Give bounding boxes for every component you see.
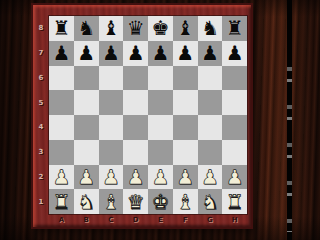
piece-black-rook[interactable]: ♜ bbox=[226, 18, 244, 38]
piece-white-rook[interactable]: ♜ bbox=[52, 192, 70, 212]
rank-label-2: 2 bbox=[33, 165, 49, 190]
square-c5[interactable] bbox=[99, 90, 124, 115]
square-b3[interactable] bbox=[74, 140, 99, 165]
square-f4[interactable] bbox=[173, 115, 198, 140]
square-g1[interactable]: ♞ bbox=[198, 189, 223, 214]
square-c4[interactable] bbox=[99, 115, 124, 140]
square-h2[interactable]: ♟ bbox=[222, 165, 247, 190]
piece-white-rook[interactable]: ♜ bbox=[226, 192, 244, 212]
square-g5[interactable] bbox=[198, 90, 223, 115]
square-a6[interactable] bbox=[49, 66, 74, 91]
square-d3[interactable] bbox=[123, 140, 148, 165]
square-e2[interactable]: ♟ bbox=[148, 165, 173, 190]
piece-white-pawn[interactable]: ♟ bbox=[176, 167, 194, 187]
piece-white-pawn[interactable]: ♟ bbox=[127, 167, 145, 187]
piece-black-pawn[interactable]: ♟ bbox=[102, 43, 120, 63]
square-b7[interactable]: ♟ bbox=[74, 41, 99, 66]
rank-label-8: 8 bbox=[33, 16, 49, 41]
square-e7[interactable]: ♟ bbox=[148, 41, 173, 66]
square-b8[interactable]: ♞ bbox=[74, 16, 99, 41]
square-e6[interactable] bbox=[148, 66, 173, 91]
piece-black-bishop[interactable]: ♝ bbox=[176, 18, 194, 38]
piece-black-pawn[interactable]: ♟ bbox=[151, 43, 169, 63]
square-g7[interactable]: ♟ bbox=[198, 41, 223, 66]
piece-black-pawn[interactable]: ♟ bbox=[176, 43, 194, 63]
piece-black-bishop[interactable]: ♝ bbox=[102, 18, 120, 38]
piece-white-pawn[interactable]: ♟ bbox=[226, 167, 244, 187]
square-h7[interactable]: ♟ bbox=[222, 41, 247, 66]
square-d2[interactable]: ♟ bbox=[123, 165, 148, 190]
square-d4[interactable] bbox=[123, 115, 148, 140]
file-label-b: B bbox=[74, 214, 99, 226]
desktop-wood-background: { "game": "chess", "position": { "fen": … bbox=[0, 0, 292, 240]
file-labels: ABCDEFGH bbox=[49, 214, 247, 226]
board-squares[interactable]: ♜♞♝♛♚♝♞♜♟♟♟♟♟♟♟♟♟♟♟♟♟♟♟♟♜♞♝♛♚♝♞♜ bbox=[49, 16, 247, 214]
square-g4[interactable] bbox=[198, 115, 223, 140]
square-e3[interactable] bbox=[148, 140, 173, 165]
square-c2[interactable]: ♟ bbox=[99, 165, 124, 190]
piece-black-knight[interactable]: ♞ bbox=[77, 18, 95, 38]
piece-white-pawn[interactable]: ♟ bbox=[77, 167, 95, 187]
square-b6[interactable] bbox=[74, 66, 99, 91]
square-c7[interactable]: ♟ bbox=[99, 41, 124, 66]
square-h8[interactable]: ♜ bbox=[222, 16, 247, 41]
square-f5[interactable] bbox=[173, 90, 198, 115]
file-label-a: A bbox=[49, 214, 74, 226]
rank-label-1: 1 bbox=[33, 189, 49, 214]
piece-white-king[interactable]: ♚ bbox=[151, 192, 169, 212]
square-c3[interactable] bbox=[99, 140, 124, 165]
piece-white-knight[interactable]: ♞ bbox=[201, 192, 219, 212]
square-d8[interactable]: ♛ bbox=[123, 16, 148, 41]
rank-labels: 87654321 bbox=[33, 16, 49, 214]
square-a7[interactable]: ♟ bbox=[49, 41, 74, 66]
rank-label-4: 4 bbox=[33, 115, 49, 140]
piece-white-knight[interactable]: ♞ bbox=[77, 192, 95, 212]
square-c8[interactable]: ♝ bbox=[99, 16, 124, 41]
square-h4[interactable] bbox=[222, 115, 247, 140]
piece-white-pawn[interactable]: ♟ bbox=[151, 167, 169, 187]
square-e5[interactable] bbox=[148, 90, 173, 115]
square-d7[interactable]: ♟ bbox=[123, 41, 148, 66]
piece-white-bishop[interactable]: ♝ bbox=[102, 192, 120, 212]
window-sliver-flecks bbox=[287, 58, 292, 232]
square-a3[interactable] bbox=[49, 140, 74, 165]
square-a5[interactable] bbox=[49, 90, 74, 115]
piece-white-pawn[interactable]: ♟ bbox=[201, 167, 219, 187]
rank-label-3: 3 bbox=[33, 140, 49, 165]
square-h5[interactable] bbox=[222, 90, 247, 115]
square-a4[interactable] bbox=[49, 115, 74, 140]
file-label-f: F bbox=[173, 214, 198, 226]
square-c1[interactable]: ♝ bbox=[99, 189, 124, 214]
square-h1[interactable]: ♜ bbox=[222, 189, 247, 214]
square-c6[interactable] bbox=[99, 66, 124, 91]
piece-white-pawn[interactable]: ♟ bbox=[52, 167, 70, 187]
piece-black-knight[interactable]: ♞ bbox=[201, 18, 219, 38]
square-d1[interactable]: ♛ bbox=[123, 189, 148, 214]
square-b1[interactable]: ♞ bbox=[74, 189, 99, 214]
square-b2[interactable]: ♟ bbox=[74, 165, 99, 190]
square-g6[interactable] bbox=[198, 66, 223, 91]
square-b5[interactable] bbox=[74, 90, 99, 115]
rank-label-7: 7 bbox=[33, 41, 49, 66]
square-f6[interactable] bbox=[173, 66, 198, 91]
file-label-e: E bbox=[148, 214, 173, 226]
adjacent-window-sliver bbox=[287, 0, 292, 240]
file-label-d: D bbox=[123, 214, 148, 226]
square-e8[interactable]: ♚ bbox=[148, 16, 173, 41]
square-b4[interactable] bbox=[74, 115, 99, 140]
square-h6[interactable] bbox=[222, 66, 247, 91]
piece-black-queen[interactable]: ♛ bbox=[127, 18, 145, 38]
square-g2[interactable]: ♟ bbox=[198, 165, 223, 190]
piece-black-pawn[interactable]: ♟ bbox=[201, 43, 219, 63]
piece-black-rook[interactable]: ♜ bbox=[52, 18, 70, 38]
piece-white-pawn[interactable]: ♟ bbox=[102, 167, 120, 187]
piece-black-king[interactable]: ♚ bbox=[151, 18, 169, 38]
square-f8[interactable]: ♝ bbox=[173, 16, 198, 41]
square-e4[interactable] bbox=[148, 115, 173, 140]
square-e1[interactable]: ♚ bbox=[148, 189, 173, 214]
square-d6[interactable] bbox=[123, 66, 148, 91]
square-f3[interactable] bbox=[173, 140, 198, 165]
rank-label-5: 5 bbox=[33, 90, 49, 115]
square-g8[interactable]: ♞ bbox=[198, 16, 223, 41]
square-a1[interactable]: ♜ bbox=[49, 189, 74, 214]
rank-label-6: 6 bbox=[33, 66, 49, 91]
square-a8[interactable]: ♜ bbox=[49, 16, 74, 41]
square-h3[interactable] bbox=[222, 140, 247, 165]
piece-black-pawn[interactable]: ♟ bbox=[127, 43, 145, 63]
file-label-c: C bbox=[99, 214, 124, 226]
square-f7[interactable]: ♟ bbox=[173, 41, 198, 66]
piece-black-pawn[interactable]: ♟ bbox=[77, 43, 95, 63]
piece-black-pawn[interactable]: ♟ bbox=[52, 43, 70, 63]
square-g3[interactable] bbox=[198, 140, 223, 165]
square-f2[interactable]: ♟ bbox=[173, 165, 198, 190]
square-f1[interactable]: ♝ bbox=[173, 189, 198, 214]
piece-white-queen[interactable]: ♛ bbox=[127, 192, 145, 212]
chess-board-frame: 87654321 ♜♞♝♛♚♝♞♜♟♟♟♟♟♟♟♟♟♟♟♟♟♟♟♟♜♞♝♛♚♝♞… bbox=[31, 3, 253, 229]
piece-white-bishop[interactable]: ♝ bbox=[176, 192, 194, 212]
file-label-h: H bbox=[222, 214, 247, 226]
square-d5[interactable] bbox=[123, 90, 148, 115]
file-label-g: G bbox=[198, 214, 223, 226]
square-a2[interactable]: ♟ bbox=[49, 165, 74, 190]
piece-black-pawn[interactable]: ♟ bbox=[226, 43, 244, 63]
